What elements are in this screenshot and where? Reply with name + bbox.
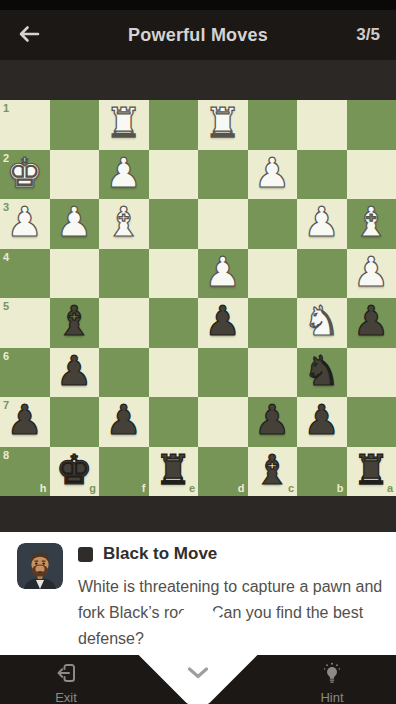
square-b4[interactable] (297, 249, 347, 299)
chevron-down-icon (187, 667, 209, 682)
square-g3[interactable]: ♟ (50, 199, 100, 249)
square-a8[interactable]: a♜ (347, 447, 396, 497)
square-h5[interactable]: 5 (0, 298, 50, 348)
square-h3[interactable]: 3♟ (0, 199, 50, 249)
square-b5[interactable]: ♞ (297, 298, 347, 348)
square-f8[interactable]: f (99, 447, 149, 497)
black-square-icon (78, 547, 93, 562)
black-knight[interactable]: ♞ (303, 351, 340, 392)
white-pawn[interactable]: ♟ (56, 202, 93, 243)
square-h6[interactable]: 6 (0, 348, 50, 398)
collapse-button[interactable] (185, 665, 211, 684)
black-pawn[interactable]: ♟ (303, 400, 340, 441)
square-b2[interactable] (297, 150, 347, 200)
top-bar: Powerful Moves 3/5 (0, 10, 396, 60)
square-f1[interactable]: ♜ (99, 100, 149, 150)
exit-button[interactable]: Exit (38, 660, 94, 704)
square-e7[interactable] (149, 397, 199, 447)
black-pawn[interactable]: ♟ (353, 301, 390, 342)
square-g5[interactable]: ♝ (50, 298, 100, 348)
white-rook[interactable]: ♜ (204, 103, 241, 144)
square-h7[interactable]: 7♟ (0, 397, 50, 447)
square-h2[interactable]: 2♚ (0, 150, 50, 200)
square-g2[interactable] (50, 150, 100, 200)
black-pawn[interactable]: ♟ (254, 400, 291, 441)
file-label-h: h (40, 483, 47, 494)
square-d3[interactable] (198, 199, 248, 249)
square-a6[interactable] (347, 348, 396, 398)
square-g4[interactable] (50, 249, 100, 299)
square-d7[interactable] (198, 397, 248, 447)
white-bishop[interactable]: ♝ (353, 202, 390, 243)
board-top-margin (0, 60, 396, 100)
status-bar (0, 0, 396, 10)
black-king[interactable]: ♚ (56, 450, 93, 491)
square-h4[interactable]: 4 (0, 249, 50, 299)
square-d4[interactable]: ♟ (198, 249, 248, 299)
square-a1[interactable] (347, 100, 396, 150)
rank-label-4: 4 (3, 252, 9, 263)
square-g8[interactable]: g♚ (50, 447, 100, 497)
rank-label-5: 5 (3, 301, 9, 312)
back-arrow-icon (17, 25, 41, 46)
square-h1[interactable]: 1 (0, 100, 50, 150)
square-a7[interactable] (347, 397, 396, 447)
square-b7[interactable]: ♟ (297, 397, 347, 447)
square-c8[interactable]: c♝ (248, 447, 298, 497)
puzzle-screen: Powerful Moves 3/5 1♜♜2♚♟♟3♟♟♝♟♝4♟♟5♝♟♞♟… (0, 0, 396, 704)
square-e8[interactable]: e♜ (149, 447, 199, 497)
square-b3[interactable]: ♟ (297, 199, 347, 249)
white-king[interactable]: ♚ (6, 153, 43, 194)
square-f2[interactable]: ♟ (99, 150, 149, 200)
square-f5[interactable] (99, 298, 149, 348)
square-c5[interactable] (248, 298, 298, 348)
black-pawn[interactable]: ♟ (204, 301, 241, 342)
bottom-bar: Exit Hint (0, 655, 396, 704)
file-label-f: f (142, 483, 146, 494)
black-bishop[interactable]: ♝ (254, 450, 291, 491)
square-c7[interactable]: ♟ (248, 397, 298, 447)
square-f6[interactable] (99, 348, 149, 398)
white-pawn[interactable]: ♟ (204, 252, 241, 293)
board-bottom-margin (0, 496, 396, 532)
square-b8[interactable]: b (297, 447, 347, 497)
square-e2[interactable] (149, 150, 199, 200)
square-d1[interactable]: ♜ (198, 100, 248, 150)
square-e4[interactable] (149, 249, 199, 299)
black-rook[interactable]: ♜ (353, 450, 390, 491)
lightbulb-icon (319, 660, 345, 689)
square-c6[interactable] (248, 348, 298, 398)
black-pawn[interactable]: ♟ (56, 351, 93, 392)
rank-label-6: 6 (3, 351, 9, 362)
black-pawn[interactable]: ♟ (105, 400, 142, 441)
turn-indicator: Black to Move (78, 544, 388, 564)
file-label-d: d (238, 483, 245, 494)
turn-label: Black to Move (103, 544, 217, 564)
square-f3[interactable]: ♝ (99, 199, 149, 249)
back-button[interactable] (14, 22, 44, 48)
square-c4[interactable] (248, 249, 298, 299)
white-pawn[interactable]: ♟ (6, 202, 43, 243)
square-a4[interactable]: ♟ (347, 249, 396, 299)
black-pawn[interactable]: ♟ (6, 400, 43, 441)
white-knight[interactable]: ♞ (303, 301, 340, 342)
square-d6[interactable] (198, 348, 248, 398)
square-c2[interactable]: ♟ (248, 150, 298, 200)
rank-label-1: 1 (3, 103, 9, 114)
white-pawn[interactable]: ♟ (254, 153, 291, 194)
hint-label: Hint (320, 690, 343, 704)
square-g1[interactable] (50, 100, 100, 150)
exit-icon (53, 660, 79, 689)
hint-button[interactable]: Hint (304, 660, 360, 704)
progress-counter: 3/5 (356, 25, 380, 45)
exit-label: Exit (55, 690, 77, 704)
chess-board[interactable]: 1♜♜2♚♟♟3♟♟♝♟♝4♟♟5♝♟♞♟6♟♞7♟♟♟♟8hg♚fe♜dc♝b… (0, 100, 396, 496)
square-g7[interactable] (50, 397, 100, 447)
square-f7[interactable]: ♟ (99, 397, 149, 447)
black-rook[interactable]: ♜ (155, 450, 192, 491)
rank-label-8: 8 (3, 450, 9, 461)
square-g6[interactable]: ♟ (50, 348, 100, 398)
square-a5[interactable]: ♟ (347, 298, 396, 348)
square-d8[interactable]: d (198, 447, 248, 497)
square-e3[interactable] (149, 199, 199, 249)
file-label-b: b (337, 483, 344, 494)
white-pawn[interactable]: ♟ (303, 202, 340, 243)
square-c3[interactable] (248, 199, 298, 249)
white-bishop[interactable]: ♝ (105, 202, 142, 243)
square-e6[interactable] (149, 348, 199, 398)
square-e1[interactable] (149, 100, 199, 150)
page-title: Powerful Moves (128, 25, 268, 46)
coach-avatar (17, 543, 63, 589)
white-pawn[interactable]: ♟ (353, 252, 390, 293)
square-f4[interactable] (99, 249, 149, 299)
square-d5[interactable]: ♟ (198, 298, 248, 348)
square-b6[interactable]: ♞ (297, 348, 347, 398)
square-c1[interactable] (248, 100, 298, 150)
square-a3[interactable]: ♝ (347, 199, 396, 249)
white-rook[interactable]: ♜ (105, 103, 142, 144)
black-bishop[interactable]: ♝ (56, 301, 93, 342)
square-d2[interactable] (198, 150, 248, 200)
square-e5[interactable] (149, 298, 199, 348)
square-b1[interactable] (297, 100, 347, 150)
square-a2[interactable] (347, 150, 396, 200)
white-pawn[interactable]: ♟ (105, 153, 142, 194)
square-h8[interactable]: 8h (0, 447, 50, 497)
